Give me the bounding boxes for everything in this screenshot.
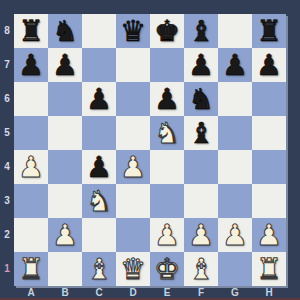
rank-label-1: 1 bbox=[0, 252, 14, 286]
square-b8[interactable]: ♞ bbox=[48, 14, 82, 48]
square-b5[interactable] bbox=[48, 116, 82, 150]
black-pawn-f7[interactable]: ♟ bbox=[184, 48, 218, 82]
white-knight-e5[interactable]: ♞ bbox=[150, 116, 184, 150]
black-knight-b8[interactable]: ♞ bbox=[48, 14, 82, 48]
black-pawn-e6[interactable]: ♟ bbox=[150, 82, 184, 116]
black-bishop-f5[interactable]: ♝ bbox=[184, 116, 218, 150]
rank-label-4: 4 bbox=[0, 150, 14, 184]
square-a5[interactable] bbox=[14, 116, 48, 150]
square-a2[interactable] bbox=[14, 218, 48, 252]
white-pawn-h2[interactable]: ♟ bbox=[252, 218, 286, 252]
square-c1[interactable]: ♝ bbox=[82, 252, 116, 286]
square-a8[interactable]: ♜ bbox=[14, 14, 48, 48]
square-a7[interactable]: ♟ bbox=[14, 48, 48, 82]
rank-label-2: 2 bbox=[0, 218, 14, 252]
black-rook-a8[interactable]: ♜ bbox=[14, 14, 48, 48]
white-queen-d1[interactable]: ♛ bbox=[116, 252, 150, 286]
black-knight-f6[interactable]: ♞ bbox=[184, 82, 218, 116]
black-pawn-c6[interactable]: ♟ bbox=[82, 82, 116, 116]
square-g6[interactable] bbox=[218, 82, 252, 116]
rank-labels: 87654321 bbox=[0, 14, 14, 286]
white-rook-h1[interactable]: ♜ bbox=[252, 252, 286, 286]
square-b3[interactable] bbox=[48, 184, 82, 218]
rank-label-5: 5 bbox=[0, 116, 14, 150]
square-h7[interactable]: ♟ bbox=[252, 48, 286, 82]
square-f5[interactable]: ♝ bbox=[184, 116, 218, 150]
square-h8[interactable]: ♜ bbox=[252, 14, 286, 48]
square-e4[interactable] bbox=[150, 150, 184, 184]
white-king-e1[interactable]: ♚ bbox=[150, 252, 184, 286]
rank-label-6: 6 bbox=[0, 82, 14, 116]
square-e8[interactable]: ♚ bbox=[150, 14, 184, 48]
square-h5[interactable] bbox=[252, 116, 286, 150]
square-h4[interactable] bbox=[252, 150, 286, 184]
square-b6[interactable] bbox=[48, 82, 82, 116]
white-pawn-e2[interactable]: ♟ bbox=[150, 218, 184, 252]
white-pawn-b2[interactable]: ♟ bbox=[48, 218, 82, 252]
black-pawn-a7[interactable]: ♟ bbox=[14, 48, 48, 82]
square-f8[interactable]: ♝ bbox=[184, 14, 218, 48]
chess-board-frame: 87654321 ♜♞♛♚♝♜♟♟♟♟♟♟♟♞♞♝♟♟♟♞♟♟♟♟♟♜♝♛♚♝♜… bbox=[0, 0, 300, 300]
square-d8[interactable]: ♛ bbox=[116, 14, 150, 48]
square-b4[interactable] bbox=[48, 150, 82, 184]
square-c8[interactable] bbox=[82, 14, 116, 48]
square-g2[interactable]: ♟ bbox=[218, 218, 252, 252]
square-c2[interactable] bbox=[82, 218, 116, 252]
black-rook-h8[interactable]: ♜ bbox=[252, 14, 286, 48]
rank-label-8: 8 bbox=[0, 14, 14, 48]
square-g3[interactable] bbox=[218, 184, 252, 218]
square-g1[interactable] bbox=[218, 252, 252, 286]
white-rook-a1[interactable]: ♜ bbox=[14, 252, 48, 286]
square-d6[interactable] bbox=[116, 82, 150, 116]
black-bishop-f8[interactable]: ♝ bbox=[184, 14, 218, 48]
black-pawn-h7[interactable]: ♟ bbox=[252, 48, 286, 82]
square-h6[interactable] bbox=[252, 82, 286, 116]
rank-label-7: 7 bbox=[0, 48, 14, 82]
square-g4[interactable] bbox=[218, 150, 252, 184]
square-d2[interactable] bbox=[116, 218, 150, 252]
square-c7[interactable] bbox=[82, 48, 116, 82]
square-a1[interactable]: ♜ bbox=[14, 252, 48, 286]
square-d3[interactable] bbox=[116, 184, 150, 218]
square-f1[interactable]: ♝ bbox=[184, 252, 218, 286]
black-pawn-c4[interactable]: ♟ bbox=[82, 150, 116, 184]
square-d4[interactable]: ♟ bbox=[116, 150, 150, 184]
square-b7[interactable]: ♟ bbox=[48, 48, 82, 82]
square-e1[interactable]: ♚ bbox=[150, 252, 184, 286]
square-g8[interactable] bbox=[218, 14, 252, 48]
square-c3[interactable]: ♞ bbox=[82, 184, 116, 218]
black-queen-d8[interactable]: ♛ bbox=[116, 14, 150, 48]
square-e2[interactable]: ♟ bbox=[150, 218, 184, 252]
square-e7[interactable] bbox=[150, 48, 184, 82]
square-f6[interactable]: ♞ bbox=[184, 82, 218, 116]
white-bishop-f1[interactable]: ♝ bbox=[184, 252, 218, 286]
square-a3[interactable] bbox=[14, 184, 48, 218]
square-h1[interactable]: ♜ bbox=[252, 252, 286, 286]
white-knight-c3[interactable]: ♞ bbox=[82, 184, 116, 218]
black-king-e8[interactable]: ♚ bbox=[150, 14, 184, 48]
square-c6[interactable]: ♟ bbox=[82, 82, 116, 116]
white-pawn-g2[interactable]: ♟ bbox=[218, 218, 252, 252]
square-c5[interactable] bbox=[82, 116, 116, 150]
rank-label-3: 3 bbox=[0, 184, 14, 218]
square-a6[interactable] bbox=[14, 82, 48, 116]
square-e5[interactable]: ♞ bbox=[150, 116, 184, 150]
square-f3[interactable] bbox=[184, 184, 218, 218]
square-e6[interactable]: ♟ bbox=[150, 82, 184, 116]
square-b2[interactable]: ♟ bbox=[48, 218, 82, 252]
white-pawn-f2[interactable]: ♟ bbox=[184, 218, 218, 252]
square-g5[interactable] bbox=[218, 116, 252, 150]
square-g7[interactable]: ♟ bbox=[218, 48, 252, 82]
square-c4[interactable]: ♟ bbox=[82, 150, 116, 184]
square-b1[interactable] bbox=[48, 252, 82, 286]
black-pawn-g7[interactable]: ♟ bbox=[218, 48, 252, 82]
square-f7[interactable]: ♟ bbox=[184, 48, 218, 82]
square-d5[interactable] bbox=[116, 116, 150, 150]
white-bishop-c1[interactable]: ♝ bbox=[82, 252, 116, 286]
white-pawn-d4[interactable]: ♟ bbox=[116, 150, 150, 184]
square-e3[interactable] bbox=[150, 184, 184, 218]
square-a4[interactable]: ♟ bbox=[14, 150, 48, 184]
white-pawn-a4[interactable]: ♟ bbox=[14, 150, 48, 184]
board[interactable]: ♜♞♛♚♝♜♟♟♟♟♟♟♟♞♞♝♟♟♟♞♟♟♟♟♟♜♝♛♚♝♜ bbox=[14, 14, 286, 286]
square-d1[interactable]: ♛ bbox=[116, 252, 150, 286]
black-pawn-b7[interactable]: ♟ bbox=[48, 48, 82, 82]
square-f4[interactable] bbox=[184, 150, 218, 184]
square-f2[interactable]: ♟ bbox=[184, 218, 218, 252]
square-d7[interactable] bbox=[116, 48, 150, 82]
square-h2[interactable]: ♟ bbox=[252, 218, 286, 252]
square-h3[interactable] bbox=[252, 184, 286, 218]
